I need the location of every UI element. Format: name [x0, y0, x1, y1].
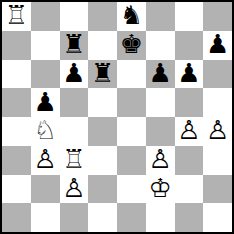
- square-d3[interactable]: [88, 146, 117, 175]
- square-d5[interactable]: [88, 88, 117, 117]
- square-b1[interactable]: [31, 203, 60, 232]
- square-e5[interactable]: [117, 88, 146, 117]
- square-d7[interactable]: [88, 31, 117, 60]
- piece-black-pawn[interactable]: ♟: [62, 60, 85, 86]
- piece-black-pawn[interactable]: ♟: [177, 60, 200, 86]
- square-c5[interactable]: [60, 88, 89, 117]
- chess-board: ♖♞♜♚♟♟♜♟♟♟♘♙♙♙♖♙♙♔: [2, 2, 232, 232]
- piece-white-knight[interactable]: ♘: [33, 117, 56, 143]
- square-b6[interactable]: [31, 60, 60, 89]
- square-f6[interactable]: ♟: [146, 60, 175, 89]
- piece-white-rook[interactable]: ♖: [5, 2, 28, 28]
- square-c3[interactable]: ♖: [60, 146, 89, 175]
- square-b4[interactable]: ♘: [31, 117, 60, 146]
- piece-black-pawn[interactable]: ♟: [206, 31, 229, 57]
- square-h2[interactable]: [203, 175, 232, 204]
- square-h5[interactable]: [203, 88, 232, 117]
- square-d4[interactable]: [88, 117, 117, 146]
- square-d1[interactable]: [88, 203, 117, 232]
- square-f1[interactable]: [146, 203, 175, 232]
- square-b5[interactable]: ♟: [31, 88, 60, 117]
- square-h3[interactable]: [203, 146, 232, 175]
- piece-white-pawn[interactable]: ♙: [33, 146, 56, 172]
- square-f7[interactable]: [146, 31, 175, 60]
- piece-white-rook[interactable]: ♖: [62, 146, 85, 172]
- square-a2[interactable]: [2, 175, 31, 204]
- square-c1[interactable]: [60, 203, 89, 232]
- piece-black-rook[interactable]: ♜: [91, 60, 114, 86]
- piece-black-king[interactable]: ♚: [120, 31, 143, 57]
- square-e4[interactable]: [117, 117, 146, 146]
- square-a4[interactable]: [2, 117, 31, 146]
- square-c2[interactable]: ♙: [60, 175, 89, 204]
- square-a5[interactable]: [2, 88, 31, 117]
- square-a6[interactable]: [2, 60, 31, 89]
- square-e1[interactable]: [117, 203, 146, 232]
- square-c4[interactable]: [60, 117, 89, 146]
- square-c7[interactable]: ♜: [60, 31, 89, 60]
- square-f2[interactable]: ♔: [146, 175, 175, 204]
- square-f8[interactable]: [146, 2, 175, 31]
- square-a7[interactable]: [2, 31, 31, 60]
- square-b8[interactable]: [31, 2, 60, 31]
- square-g4[interactable]: ♙: [175, 117, 204, 146]
- square-e8[interactable]: ♞: [117, 2, 146, 31]
- square-e6[interactable]: [117, 60, 146, 89]
- square-g1[interactable]: [175, 203, 204, 232]
- piece-white-pawn[interactable]: ♙: [177, 117, 200, 143]
- square-d6[interactable]: ♜: [88, 60, 117, 89]
- piece-white-king[interactable]: ♔: [148, 175, 171, 201]
- square-g3[interactable]: [175, 146, 204, 175]
- square-h6[interactable]: [203, 60, 232, 89]
- piece-black-pawn[interactable]: ♟: [33, 89, 56, 115]
- square-b3[interactable]: ♙: [31, 146, 60, 175]
- square-c8[interactable]: [60, 2, 89, 31]
- piece-white-pawn[interactable]: ♙: [62, 175, 85, 201]
- piece-black-pawn[interactable]: ♟: [148, 60, 171, 86]
- chess-board-frame: ♖♞♜♚♟♟♜♟♟♟♘♙♙♙♖♙♙♔: [0, 0, 234, 234]
- square-d8[interactable]: [88, 2, 117, 31]
- square-c6[interactable]: ♟: [60, 60, 89, 89]
- square-e7[interactable]: ♚: [117, 31, 146, 60]
- piece-white-pawn[interactable]: ♙: [206, 117, 229, 143]
- piece-white-pawn[interactable]: ♙: [148, 146, 171, 172]
- square-b2[interactable]: [31, 175, 60, 204]
- square-g6[interactable]: ♟: [175, 60, 204, 89]
- square-h4[interactable]: ♙: [203, 117, 232, 146]
- square-g7[interactable]: [175, 31, 204, 60]
- square-h8[interactable]: [203, 2, 232, 31]
- square-e2[interactable]: [117, 175, 146, 204]
- square-f5[interactable]: [146, 88, 175, 117]
- square-f3[interactable]: ♙: [146, 146, 175, 175]
- square-g8[interactable]: [175, 2, 204, 31]
- piece-black-knight[interactable]: ♞: [120, 2, 143, 28]
- square-h1[interactable]: [203, 203, 232, 232]
- square-e3[interactable]: [117, 146, 146, 175]
- square-g5[interactable]: [175, 88, 204, 117]
- square-b7[interactable]: [31, 31, 60, 60]
- square-d2[interactable]: [88, 175, 117, 204]
- square-h7[interactable]: ♟: [203, 31, 232, 60]
- square-f4[interactable]: [146, 117, 175, 146]
- piece-black-rook[interactable]: ♜: [62, 31, 85, 57]
- square-a8[interactable]: ♖: [2, 2, 31, 31]
- square-g2[interactable]: [175, 175, 204, 204]
- square-a1[interactable]: [2, 203, 31, 232]
- square-a3[interactable]: [2, 146, 31, 175]
